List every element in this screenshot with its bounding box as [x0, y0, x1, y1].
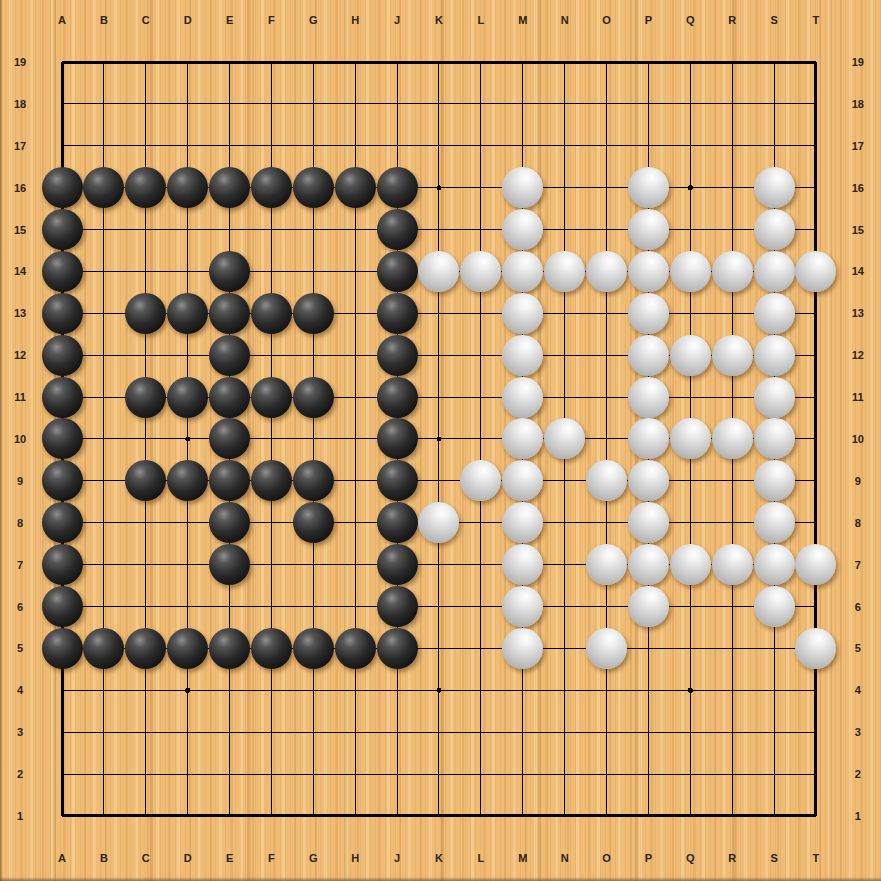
col-label-top-M: M — [518, 14, 527, 26]
star-point-K4 — [436, 688, 441, 693]
row-label-right-9: 9 — [855, 475, 861, 487]
row-label-left-2: 2 — [17, 768, 23, 780]
black-stone-B5[interactable] — [83, 628, 124, 669]
white-stone-Q12[interactable] — [670, 335, 711, 376]
row-label-right-4: 4 — [855, 684, 861, 696]
black-stone-J16[interactable] — [377, 167, 418, 208]
black-stone-D5[interactable] — [167, 628, 208, 669]
white-stone-O7[interactable] — [586, 544, 627, 585]
row-label-right-14: 14 — [852, 265, 864, 277]
col-label-top-P: P — [645, 14, 652, 26]
col-label-bottom-O: O — [602, 852, 611, 864]
board-bottom-edge-shadow — [0, 877, 881, 881]
black-stone-J5[interactable] — [377, 628, 418, 669]
col-label-top-O: O — [602, 14, 611, 26]
white-stone-R10[interactable] — [712, 418, 753, 459]
col-label-top-N: N — [561, 14, 569, 26]
black-stone-J11[interactable] — [377, 377, 418, 418]
black-stone-J15[interactable] — [377, 209, 418, 250]
row-label-left-19: 19 — [14, 56, 26, 68]
col-label-bottom-B: B — [100, 852, 108, 864]
black-stone-J6[interactable] — [377, 586, 418, 627]
col-label-bottom-J: J — [394, 852, 400, 864]
black-stone-G9[interactable] — [293, 460, 334, 501]
white-stone-P11[interactable] — [628, 377, 669, 418]
star-point-K10 — [436, 436, 441, 441]
row-label-right-17: 17 — [852, 140, 864, 152]
row-label-right-16: 16 — [852, 182, 864, 194]
col-label-top-R: R — [728, 14, 736, 26]
row-label-right-8: 8 — [855, 517, 861, 529]
col-label-bottom-C: C — [142, 852, 150, 864]
row-label-left-12: 12 — [14, 349, 26, 361]
black-stone-A6[interactable] — [42, 586, 83, 627]
row-label-left-10: 10 — [14, 433, 26, 445]
col-label-top-B: B — [100, 14, 108, 26]
col-label-top-C: C — [142, 14, 150, 26]
col-label-top-F: F — [268, 14, 275, 26]
black-stone-J7[interactable] — [377, 544, 418, 585]
black-stone-A11[interactable] — [42, 377, 83, 418]
row-label-right-12: 12 — [852, 349, 864, 361]
black-stone-J12[interactable] — [377, 335, 418, 376]
black-stone-E5[interactable] — [209, 628, 250, 669]
black-stone-J14[interactable] — [377, 251, 418, 292]
col-label-bottom-S: S — [770, 852, 777, 864]
row-label-left-16: 16 — [14, 182, 26, 194]
black-stone-G13[interactable] — [293, 293, 334, 334]
black-stone-E14[interactable] — [209, 251, 250, 292]
row-label-right-3: 3 — [855, 726, 861, 738]
white-stone-P13[interactable] — [628, 293, 669, 334]
col-label-top-L: L — [478, 14, 485, 26]
row-label-left-17: 17 — [14, 140, 26, 152]
row-label-left-8: 8 — [17, 517, 23, 529]
row-label-right-10: 10 — [852, 433, 864, 445]
white-stone-P9[interactable] — [628, 460, 669, 501]
col-label-bottom-P: P — [645, 852, 652, 864]
black-stone-G16[interactable] — [293, 167, 334, 208]
black-stone-E16[interactable] — [209, 167, 250, 208]
col-label-bottom-T: T — [813, 852, 820, 864]
board-left-edge-shadow — [0, 0, 3, 881]
col-label-bottom-D: D — [184, 852, 192, 864]
black-stone-F13[interactable] — [251, 293, 292, 334]
white-stone-S10[interactable] — [754, 418, 795, 459]
white-stone-R12[interactable] — [712, 335, 753, 376]
black-stone-A10[interactable] — [42, 418, 83, 459]
col-label-bottom-E: E — [226, 852, 233, 864]
white-stone-P16[interactable] — [628, 167, 669, 208]
row-label-right-18: 18 — [852, 98, 864, 110]
black-stone-A12[interactable] — [42, 335, 83, 376]
white-stone-O5[interactable] — [586, 628, 627, 669]
black-stone-A7[interactable] — [42, 544, 83, 585]
white-stone-S6[interactable] — [754, 586, 795, 627]
col-label-bottom-H: H — [351, 852, 359, 864]
white-stone-P15[interactable] — [628, 209, 669, 250]
row-label-left-4: 4 — [17, 684, 23, 696]
black-stone-G8[interactable] — [293, 502, 334, 543]
black-stone-F5[interactable] — [251, 628, 292, 669]
black-stone-H5[interactable] — [335, 628, 376, 669]
row-label-left-3: 3 — [17, 726, 23, 738]
white-stone-P12[interactable] — [628, 335, 669, 376]
white-stone-P6[interactable] — [628, 586, 669, 627]
black-stone-A9[interactable] — [42, 460, 83, 501]
black-stone-E12[interactable] — [209, 335, 250, 376]
white-stone-S9[interactable] — [754, 460, 795, 501]
col-label-bottom-M: M — [518, 852, 527, 864]
col-label-bottom-A: A — [58, 852, 66, 864]
row-label-right-5: 5 — [855, 642, 861, 654]
col-label-top-D: D — [184, 14, 192, 26]
white-stone-Q14[interactable] — [670, 251, 711, 292]
row-label-right-2: 2 — [855, 768, 861, 780]
black-stone-J13[interactable] — [377, 293, 418, 334]
black-stone-F11[interactable] — [251, 377, 292, 418]
col-label-bottom-R: R — [728, 852, 736, 864]
white-stone-O14[interactable] — [586, 251, 627, 292]
row-label-left-11: 11 — [14, 391, 26, 403]
col-label-bottom-L: L — [478, 852, 485, 864]
white-stone-P14[interactable] — [628, 251, 669, 292]
white-stone-S14[interactable] — [754, 251, 795, 292]
white-stone-M14[interactable] — [502, 251, 543, 292]
row-label-right-19: 19 — [852, 56, 864, 68]
row-label-right-7: 7 — [855, 559, 861, 571]
white-stone-P7[interactable] — [628, 544, 669, 585]
row-label-left-7: 7 — [17, 559, 23, 571]
black-stone-A5[interactable] — [42, 628, 83, 669]
star-point-K16 — [436, 185, 441, 190]
black-stone-A15[interactable] — [42, 209, 83, 250]
row-label-left-5: 5 — [17, 642, 23, 654]
white-stone-R14[interactable] — [712, 251, 753, 292]
black-stone-J8[interactable] — [377, 502, 418, 543]
col-label-top-E: E — [226, 14, 233, 26]
black-stone-J9[interactable] — [377, 460, 418, 501]
col-label-top-H: H — [351, 14, 359, 26]
black-stone-C5[interactable] — [125, 628, 166, 669]
black-stone-E11[interactable] — [209, 377, 250, 418]
col-label-top-A: A — [58, 14, 66, 26]
row-label-left-1: 1 — [17, 810, 23, 822]
black-stone-J10[interactable] — [377, 418, 418, 459]
black-stone-A8[interactable] — [42, 502, 83, 543]
white-stone-S11[interactable] — [754, 377, 795, 418]
white-stone-S13[interactable] — [754, 293, 795, 334]
row-label-left-15: 15 — [14, 224, 26, 236]
white-stone-M11[interactable] — [502, 377, 543, 418]
white-stone-P8[interactable] — [628, 502, 669, 543]
row-label-right-11: 11 — [852, 391, 864, 403]
white-stone-M6[interactable] — [502, 586, 543, 627]
col-label-bottom-N: N — [561, 852, 569, 864]
black-stone-F16[interactable] — [251, 167, 292, 208]
col-label-top-K: K — [435, 14, 443, 26]
white-stone-Q7[interactable] — [670, 544, 711, 585]
row-label-left-13: 13 — [14, 307, 26, 319]
star-point-D10 — [185, 436, 190, 441]
col-label-bottom-Q: Q — [686, 852, 695, 864]
col-label-top-S: S — [770, 14, 777, 26]
row-label-left-9: 9 — [17, 475, 23, 487]
col-label-top-G: G — [309, 14, 318, 26]
white-stone-R7[interactable] — [712, 544, 753, 585]
white-stone-S16[interactable] — [754, 167, 795, 208]
col-label-top-Q: Q — [686, 14, 695, 26]
col-label-bottom-K: K — [435, 852, 443, 864]
black-stone-D13[interactable] — [167, 293, 208, 334]
row-label-right-15: 15 — [852, 224, 864, 236]
white-stone-S8[interactable] — [754, 502, 795, 543]
star-point-Q4 — [688, 688, 693, 693]
col-label-top-T: T — [813, 14, 820, 26]
col-label-bottom-G: G — [309, 852, 318, 864]
black-stone-H16[interactable] — [335, 167, 376, 208]
star-point-Q16 — [688, 185, 693, 190]
white-stone-N14[interactable] — [544, 251, 585, 292]
col-label-top-J: J — [394, 14, 400, 26]
row-label-left-18: 18 — [14, 98, 26, 110]
black-stone-E13[interactable] — [209, 293, 250, 334]
black-stone-C11[interactable] — [125, 377, 166, 418]
row-label-right-1: 1 — [855, 810, 861, 822]
black-stone-C13[interactable] — [125, 293, 166, 334]
black-stone-G5[interactable] — [293, 628, 334, 669]
go-board-screen: ABCDEFGHJKLMNOPQRST ABCDEFGHJKLMNOPQRST … — [0, 0, 881, 881]
black-stone-A16[interactable] — [42, 167, 83, 208]
black-stone-A14[interactable] — [42, 251, 83, 292]
row-label-right-13: 13 — [852, 307, 864, 319]
white-stone-M13[interactable] — [502, 293, 543, 334]
white-stone-M5[interactable] — [502, 628, 543, 669]
black-stone-D11[interactable] — [167, 377, 208, 418]
row-label-left-6: 6 — [17, 601, 23, 613]
row-label-right-6: 6 — [855, 601, 861, 613]
white-stone-S7[interactable] — [754, 544, 795, 585]
black-stone-A13[interactable] — [42, 293, 83, 334]
black-stone-E7[interactable] — [209, 544, 250, 585]
black-stone-G11[interactable] — [293, 377, 334, 418]
white-stone-S15[interactable] — [754, 209, 795, 250]
star-point-D4 — [185, 688, 190, 693]
white-stone-S12[interactable] — [754, 335, 795, 376]
col-label-bottom-F: F — [268, 852, 275, 864]
white-stone-M12[interactable] — [502, 335, 543, 376]
row-label-left-14: 14 — [14, 265, 26, 277]
